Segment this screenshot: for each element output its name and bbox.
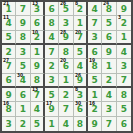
cell-r8c9[interactable]: 5 [117, 102, 131, 116]
cell-r8c2[interactable]: 1 [16, 102, 30, 116]
cell-r1c4[interactable]: 6 [45, 2, 59, 16]
cell-digit: 6 [106, 33, 112, 42]
cell-r6c5[interactable]: 1 [59, 74, 73, 88]
cell-r7c7[interactable]: 1 [88, 88, 102, 102]
cell-r1c6[interactable]: 82 [74, 2, 88, 16]
cell-digit: 4 [34, 105, 40, 114]
cell-digit: 9 [34, 62, 40, 71]
cell-r2c8[interactable]: 5 [102, 16, 116, 30]
cell-digit: 1 [121, 33, 127, 42]
cell-digit: 5 [34, 120, 40, 129]
cell-digit: 6 [34, 19, 40, 28]
cell-r3c5[interactable]: 289 [59, 31, 73, 45]
cell-digit: 9 [49, 105, 55, 114]
cell-r4c3[interactable]: 1 [31, 45, 45, 59]
cell-digit: 4 [106, 91, 112, 100]
cell-digit: 6 [63, 62, 69, 71]
cell-r9c6[interactable]: 8 [74, 117, 88, 131]
cell-r3c7[interactable]: 3 [88, 31, 102, 45]
cell-digit: 2 [121, 19, 127, 28]
cell-r4c2[interactable]: 3 [16, 45, 30, 59]
cell-digit: 2 [106, 76, 112, 85]
cell-r1c1[interactable]: 211 [2, 2, 16, 16]
cell-r5c2[interactable]: 5 [16, 59, 30, 73]
cell-r9c8[interactable]: 7 [102, 117, 116, 131]
cell-r3c1[interactable]: 5 [2, 31, 16, 45]
cell-digit: 8 [20, 33, 26, 42]
cell-digit: 8 [49, 19, 55, 28]
cell-r7c2[interactable]: 6 [16, 88, 30, 102]
cell-digit: 4 [20, 76, 26, 85]
cell-digit: 3 [77, 91, 83, 100]
cell-digit: 3 [6, 120, 12, 129]
cell-digit: 5 [77, 48, 83, 57]
cell-digit: 7 [34, 91, 40, 100]
cell-r8c8[interactable]: 3 [102, 102, 116, 116]
cell-r8c7[interactable]: 162 [88, 102, 102, 116]
cell-digit: 8 [77, 120, 83, 129]
cell-r2c3[interactable]: 6 [31, 16, 45, 30]
cell-r3c9[interactable]: 1 [117, 31, 131, 45]
screenshot-stage: 2117133626582424891149683175325810242892… [0, 0, 133, 133]
cell-r2c9[interactable]: 32 [117, 16, 131, 30]
cell-r9c1[interactable]: 3 [2, 117, 16, 131]
cell-digit: 8 [34, 76, 40, 85]
cell-digit: 2 [20, 120, 26, 129]
cell-digit: 2 [49, 62, 55, 71]
cell-digit: 4 [63, 120, 69, 129]
cell-digit: 1 [34, 48, 40, 57]
cell-r3c4[interactable]: 4 [45, 31, 59, 45]
cell-r9c5[interactable]: 4 [59, 117, 73, 131]
cell-r7c9[interactable]: 8 [117, 88, 131, 102]
cell-digit: 6 [20, 91, 26, 100]
cell-digit: 2 [77, 5, 83, 14]
cell-digit: 9 [77, 76, 83, 85]
cell-digit: 1 [92, 91, 98, 100]
cell-digit: 3 [121, 62, 127, 71]
cell-r4c7[interactable]: 6 [88, 45, 102, 59]
cell-digit: 2 [34, 33, 40, 42]
cell-r8c5[interactable]: 7 [59, 102, 73, 116]
cell-r7c8[interactable]: 4 [102, 88, 116, 102]
cell-r2c2[interactable]: 9 [16, 16, 30, 30]
cell-digit: 4 [121, 48, 127, 57]
cell-r6c4[interactable]: 3 [45, 74, 59, 88]
cell-r7c6[interactable]: 83 [74, 88, 88, 102]
cell-digit: 1 [63, 76, 69, 85]
cell-r4c4[interactable]: 7 [45, 45, 59, 59]
cell-r8c4[interactable]: 179 [45, 102, 59, 116]
cell-digit: 6 [92, 48, 98, 57]
cell-digit: 7 [92, 19, 98, 28]
cell-r1c7[interactable]: 4 [88, 2, 102, 16]
cell-r3c8[interactable]: 6 [102, 31, 116, 45]
cell-r5c1[interactable]: 277 [2, 59, 16, 73]
cell-digit: 8 [106, 5, 112, 14]
cell-digit: 3 [106, 105, 112, 114]
cell-r5c6[interactable]: 4 [74, 59, 88, 73]
cell-digit: 3 [34, 5, 40, 14]
sudoku-board: 2117133626582424891149683175325810242892… [0, 0, 133, 133]
cell-r6c2[interactable]: 304 [16, 74, 30, 88]
cell-digit: 8 [6, 105, 12, 114]
cell-digit: 7 [20, 5, 26, 14]
cell-r6c6[interactable]: 269 [74, 74, 88, 88]
cell-r2c6[interactable]: 1 [74, 16, 88, 30]
cell-r1c3[interactable]: 133 [31, 2, 45, 16]
cell-r4c9[interactable]: 4 [117, 45, 131, 59]
cell-r4c8[interactable]: 9 [102, 45, 116, 59]
cell-r2c5[interactable]: 3 [59, 16, 73, 30]
cell-digit: 7 [63, 105, 69, 114]
cell-r4c6[interactable]: 5 [74, 45, 88, 59]
cell-digit: 5 [49, 91, 55, 100]
cell-r2c1[interactable]: 114 [2, 16, 16, 30]
cell-digit: 9 [121, 5, 127, 14]
cell-r6c9[interactable]: 7 [117, 74, 131, 88]
cell-digit: 5 [6, 33, 12, 42]
cell-digit: 1 [20, 105, 26, 114]
cell-r9c9[interactable]: 6 [117, 117, 131, 131]
cell-digit: 4 [92, 5, 98, 14]
cell-digit: 9 [6, 91, 12, 100]
cell-digit: 8 [121, 91, 127, 100]
cell-digit: 1 [77, 19, 83, 28]
cell-r5c4[interactable]: 2 [45, 59, 59, 73]
cell-r3c3[interactable]: 102 [31, 31, 45, 45]
cell-r1c8[interactable]: 248 [102, 2, 116, 16]
cell-r8c3[interactable]: 4 [31, 102, 45, 116]
cell-r2c4[interactable]: 8 [45, 16, 59, 30]
cell-r1c9[interactable]: 9 [117, 2, 131, 16]
cell-digit: 7 [49, 48, 55, 57]
cell-digit: 2 [6, 48, 12, 57]
cell-digit: 7 [121, 76, 127, 85]
cell-r1c2[interactable]: 7 [16, 2, 30, 16]
cell-r7c1[interactable]: 9 [2, 88, 16, 102]
cell-digit: 1 [49, 120, 55, 129]
cell-digit: 7 [77, 33, 83, 42]
cell-digit: 6 [77, 105, 83, 114]
cell-digit: 3 [20, 48, 26, 57]
cell-digit: 9 [20, 19, 26, 28]
cell-r3c6[interactable]: 207 [74, 31, 88, 45]
cell-r6c8[interactable]: 2 [102, 74, 116, 88]
cell-digit: 9 [92, 120, 98, 129]
cell-r5c5[interactable]: 206 [59, 59, 73, 73]
cell-digit: 9 [63, 33, 69, 42]
cell-r5c9[interactable]: 3 [117, 59, 131, 73]
cell-digit: 8 [63, 48, 69, 57]
cell-digit: 5 [121, 105, 127, 114]
cell-digit: 5 [106, 19, 112, 28]
cell-digit: 4 [6, 19, 12, 28]
cell-digit: 7 [106, 120, 112, 129]
cell-digit: 5 [63, 5, 69, 14]
cell-r4c1[interactable]: 2 [2, 45, 16, 59]
cell-r5c3[interactable]: 9 [31, 59, 45, 73]
cell-digit: 2 [63, 91, 69, 100]
cell-digit: 9 [106, 48, 112, 57]
cell-digit: 6 [6, 76, 12, 85]
cell-r9c3[interactable]: 5 [31, 117, 45, 131]
cell-digit: 3 [92, 33, 98, 42]
cell-r7c3[interactable]: 137 [31, 88, 45, 102]
cell-digit: 4 [49, 33, 55, 42]
cell-digit: 3 [49, 76, 55, 85]
cell-r5c8[interactable]: 1 [102, 59, 116, 73]
cell-digit: 1 [106, 62, 112, 71]
cell-digit: 7 [6, 62, 12, 71]
cell-digit: 8 [92, 62, 98, 71]
cell-r1c5[interactable]: 265 [59, 2, 73, 16]
cell-r4c5[interactable]: 8 [59, 45, 73, 59]
cell-r6c1[interactable]: 6 [2, 74, 16, 88]
cell-digit: 6 [121, 120, 127, 129]
cell-digit: 5 [92, 76, 98, 85]
cell-r8c1[interactable]: 168 [2, 102, 16, 116]
cell-digit: 2 [92, 105, 98, 114]
cell-r8c6[interactable]: 306 [74, 102, 88, 116]
cell-r2c7[interactable]: 7 [88, 16, 102, 30]
cell-r7c4[interactable]: 5 [45, 88, 59, 102]
cell-r9c4[interactable]: 1 [45, 117, 59, 131]
cell-digit: 4 [77, 62, 83, 71]
cell-r9c7[interactable]: 9 [88, 117, 102, 131]
cell-digit: 6 [49, 5, 55, 14]
cell-r5c7[interactable]: 198 [88, 59, 102, 73]
cell-r9c2[interactable]: 2 [16, 117, 30, 131]
cell-r3c2[interactable]: 8 [16, 31, 30, 45]
cell-digit: 1 [6, 5, 12, 14]
cell-r7c5[interactable]: 2 [59, 88, 73, 102]
cell-digit: 3 [63, 19, 69, 28]
cell-r6c3[interactable]: 8 [31, 74, 45, 88]
cell-r6c7[interactable]: 5 [88, 74, 102, 88]
cell-digit: 5 [20, 62, 26, 71]
